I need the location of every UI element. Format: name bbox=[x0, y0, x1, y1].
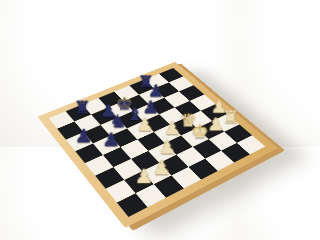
navy-rook[interactable]: ♜ bbox=[73, 99, 92, 118]
wood-king[interactable]: ♚ bbox=[190, 122, 210, 142]
square-a6[interactable]: ♟ bbox=[66, 132, 93, 147]
navy-pawn[interactable]: ♟ bbox=[101, 130, 121, 147]
board-grid: ♜♜♟♚♟♟♞♝♟♟♟♟♛♟♟♚♟♜♟♟ bbox=[49, 68, 240, 147]
board-wooden-frame: ♜♜♟♚♟♟♞♝♟♟♟♟♛♟♟♚♟♜♟♟ bbox=[37, 62, 240, 147]
photo-scene: ♜♜♟♚♟♟♞♝♟♟♟♟♛♟♟♚♟♜♟♟ bbox=[0, 0, 240, 147]
wood-pawn[interactable]: ♟ bbox=[135, 115, 155, 135]
navy-pawn[interactable]: ♟ bbox=[74, 127, 94, 147]
chess-board: ♜♜♟♚♟♟♞♝♟♟♟♟♛♟♟♚♟♜♟♟ bbox=[49, 68, 240, 147]
wood-pawn[interactable]: ♟ bbox=[157, 138, 177, 147]
